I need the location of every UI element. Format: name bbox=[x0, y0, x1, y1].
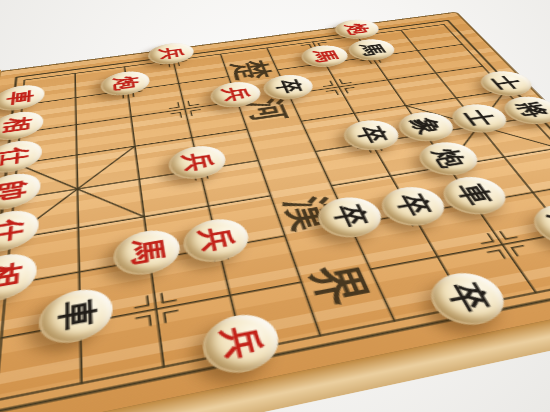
piece-character: 仕 bbox=[0, 217, 26, 244]
board-plane: 楚 河 漢 界 士將炮士馬馬象馬炮車卒卒卒卒兵卒兵兵炮兵兵馬車相仕車帥仕相 bbox=[0, 12, 550, 412]
piece-character: 車 bbox=[6, 89, 35, 106]
piece-character: 士 bbox=[460, 108, 499, 127]
piece-character: 馬 bbox=[310, 49, 341, 64]
piece-character: 卒 bbox=[442, 281, 494, 315]
xiangqi-photo-scene: 楚 河 漢 界 士將炮士馬馬象馬炮車卒卒卒卒兵卒兵兵炮兵兵馬車相仕車帥仕相 bbox=[0, 0, 550, 412]
piece-character: 車 bbox=[453, 182, 498, 207]
piece-character: 帥 bbox=[0, 179, 29, 203]
piece-character: 兵 bbox=[221, 85, 252, 102]
piece-character: 馬 bbox=[129, 236, 168, 265]
piece-character: 馬 bbox=[356, 42, 387, 56]
piece-character: 炮 bbox=[343, 22, 373, 35]
piece-character: 象 bbox=[407, 116, 445, 136]
piece-character: 將 bbox=[512, 101, 550, 119]
piece-character: 兵 bbox=[181, 151, 216, 173]
piece-character: 士 bbox=[488, 75, 525, 92]
piece-character: 兵 bbox=[219, 323, 267, 361]
piece-character: 卒 bbox=[392, 192, 436, 218]
piece-character: 卒 bbox=[353, 125, 391, 145]
piece-character: 卒 bbox=[273, 78, 305, 95]
piece-character: 炮 bbox=[113, 75, 141, 91]
piece-character: 炮 bbox=[429, 147, 470, 169]
piece-character: 卒 bbox=[329, 203, 372, 230]
piece-character: 車 bbox=[58, 297, 99, 332]
piece-character: 仕 bbox=[0, 145, 31, 166]
piece-character: 馬 bbox=[543, 210, 550, 238]
piece-character: 兵 bbox=[159, 46, 186, 60]
piece-character: 相 bbox=[2, 116, 33, 135]
piece-character: 兵 bbox=[198, 225, 238, 253]
piece-character: 相 bbox=[0, 261, 23, 292]
